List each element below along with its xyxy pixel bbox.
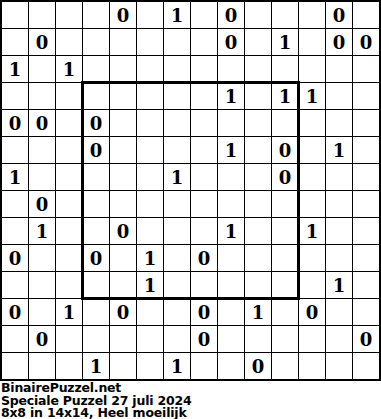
cell-r6c10: 0	[272, 164, 298, 190]
cell-r7c4[interactable]	[110, 191, 136, 217]
cell-r2c2: 1	[56, 56, 82, 82]
cell-r4c4[interactable]	[110, 110, 136, 136]
cell-r12c3[interactable]	[83, 326, 109, 352]
cell-r1c6[interactable]	[164, 29, 190, 55]
cell-r6c4[interactable]	[110, 164, 136, 190]
cell-r0c13[interactable]	[353, 2, 379, 28]
cell-r12c12[interactable]	[326, 326, 352, 352]
cell-r12c5[interactable]	[137, 326, 163, 352]
cell-r7c12[interactable]	[326, 191, 352, 217]
cell-r13c4[interactable]	[110, 353, 136, 379]
puzzle-info: 8x8 in 14x14, Heel moeilijk	[1, 407, 381, 419]
cell-r0c12: 0	[326, 2, 352, 28]
cell-r6c2[interactable]	[56, 164, 82, 190]
cell-r0c2[interactable]	[56, 2, 82, 28]
cell-r11c10[interactable]	[272, 299, 298, 325]
cell-r7c3[interactable]	[83, 191, 109, 217]
cell-r4c6[interactable]	[164, 110, 190, 136]
cell-r8c2[interactable]	[56, 218, 82, 244]
cell-r9c7: 0	[191, 245, 217, 271]
cell-r12c2[interactable]	[56, 326, 82, 352]
cell-r8c9[interactable]	[245, 218, 271, 244]
cell-r1c10: 1	[272, 29, 298, 55]
cell-r13c0[interactable]	[2, 353, 28, 379]
cell-r11c0: 0	[2, 299, 28, 325]
cell-r9c13[interactable]	[353, 245, 379, 271]
cell-r5c1[interactable]	[29, 137, 55, 163]
cell-r8c5[interactable]	[137, 218, 163, 244]
cell-r0c1[interactable]	[29, 2, 55, 28]
cell-r4c5[interactable]	[137, 110, 163, 136]
cell-r3c0[interactable]	[2, 83, 28, 109]
cell-r2c11[interactable]	[299, 56, 325, 82]
cell-r8c1: 1	[29, 218, 55, 244]
cell-r3c4[interactable]	[110, 83, 136, 109]
cell-r13c12[interactable]	[326, 353, 352, 379]
cell-r8c12[interactable]	[326, 218, 352, 244]
cell-r7c9[interactable]	[245, 191, 271, 217]
cell-r12c7: 0	[191, 326, 217, 352]
cell-r3c9[interactable]	[245, 83, 271, 109]
cell-r1c9[interactable]	[245, 29, 271, 55]
cell-r0c8: 0	[218, 2, 244, 28]
cell-r2c1[interactable]	[29, 56, 55, 82]
cell-r5c8: 1	[218, 137, 244, 163]
cell-r5c5[interactable]	[137, 137, 163, 163]
cell-r2c4[interactable]	[110, 56, 136, 82]
cell-r5c6[interactable]	[164, 137, 190, 163]
cell-r12c11[interactable]	[299, 326, 325, 352]
cell-r9c11[interactable]	[299, 245, 325, 271]
cell-r11c8[interactable]	[218, 299, 244, 325]
cell-r10c7[interactable]	[191, 272, 217, 298]
cell-r3c3[interactable]	[83, 83, 109, 109]
cell-r7c11[interactable]	[299, 191, 325, 217]
puzzle-page: 0100001001111100001011100101100101101001…	[0, 0, 381, 419]
cell-r10c4[interactable]	[110, 272, 136, 298]
cell-r9c6[interactable]	[164, 245, 190, 271]
cell-r1c0[interactable]	[2, 29, 28, 55]
cell-r8c6[interactable]	[164, 218, 190, 244]
cell-r3c13[interactable]	[353, 83, 379, 109]
cell-r12c9[interactable]	[245, 326, 271, 352]
cell-r6c11[interactable]	[299, 164, 325, 190]
cell-r10c8[interactable]	[218, 272, 244, 298]
cell-r0c10[interactable]	[272, 2, 298, 28]
cell-r8c7[interactable]	[191, 218, 217, 244]
cell-r13c2[interactable]	[56, 353, 82, 379]
cell-r8c0[interactable]	[2, 218, 28, 244]
cell-r6c13[interactable]	[353, 164, 379, 190]
cell-r11c11: 0	[299, 299, 325, 325]
cell-r1c7[interactable]	[191, 29, 217, 55]
cell-r13c13[interactable]	[353, 353, 379, 379]
cell-r6c8[interactable]	[218, 164, 244, 190]
cell-r0c5[interactable]	[137, 2, 163, 28]
cell-r6c1[interactable]	[29, 164, 55, 190]
cell-r5c11[interactable]	[299, 137, 325, 163]
cell-r4c2[interactable]	[56, 110, 82, 136]
cell-r7c13[interactable]	[353, 191, 379, 217]
cell-r5c3: 0	[83, 137, 109, 163]
cell-r3c6[interactable]	[164, 83, 190, 109]
cell-r13c5[interactable]	[137, 353, 163, 379]
cell-r4c12[interactable]	[326, 110, 352, 136]
cell-r5c10: 0	[272, 137, 298, 163]
cell-r2c8[interactable]	[218, 56, 244, 82]
cell-r5c7[interactable]	[191, 137, 217, 163]
cell-r9c12[interactable]	[326, 245, 352, 271]
cell-r8c8: 1	[218, 218, 244, 244]
cell-r10c5: 1	[137, 272, 163, 298]
cell-r12c0[interactable]	[2, 326, 28, 352]
cell-r2c0: 1	[2, 56, 28, 82]
cell-r4c3: 0	[83, 110, 109, 136]
cell-r10c6[interactable]	[164, 272, 190, 298]
cell-r13c8[interactable]	[218, 353, 244, 379]
cell-r1c8: 0	[218, 29, 244, 55]
cell-r10c3[interactable]	[83, 272, 109, 298]
cell-r13c6: 1	[164, 353, 190, 379]
cell-r2c7[interactable]	[191, 56, 217, 82]
cell-r0c4: 0	[110, 2, 136, 28]
cell-r3c10: 1	[272, 83, 298, 109]
cell-r2c5[interactable]	[137, 56, 163, 82]
cell-r7c0[interactable]	[2, 191, 28, 217]
cell-r0c0[interactable]	[2, 2, 28, 28]
cell-r9c2[interactable]	[56, 245, 82, 271]
cell-r3c2[interactable]	[56, 83, 82, 109]
cell-r5c9[interactable]	[245, 137, 271, 163]
cell-r12c10[interactable]	[272, 326, 298, 352]
cell-r10c0[interactable]	[2, 272, 28, 298]
cell-r13c7[interactable]	[191, 353, 217, 379]
cell-r1c2[interactable]	[56, 29, 82, 55]
cell-r10c10[interactable]	[272, 272, 298, 298]
cell-r1c4[interactable]	[110, 29, 136, 55]
cell-r8c10[interactable]	[272, 218, 298, 244]
cell-r11c12[interactable]	[326, 299, 352, 325]
cell-r6c5[interactable]	[137, 164, 163, 190]
cell-r0c3[interactable]	[83, 2, 109, 28]
cell-r12c4[interactable]	[110, 326, 136, 352]
cell-r9c9[interactable]	[245, 245, 271, 271]
cell-r2c13[interactable]	[353, 56, 379, 82]
cell-r4c7[interactable]	[191, 110, 217, 136]
cell-r5c12: 1	[326, 137, 352, 163]
cell-r10c9[interactable]	[245, 272, 271, 298]
cell-r5c0[interactable]	[2, 137, 28, 163]
cell-r1c11[interactable]	[299, 29, 325, 55]
cell-r6c3[interactable]	[83, 164, 109, 190]
cell-r12c8[interactable]	[218, 326, 244, 352]
cell-r7c10[interactable]	[272, 191, 298, 217]
cell-r8c11: 1	[299, 218, 325, 244]
cell-r11c2: 1	[56, 299, 82, 325]
cell-r12c1: 0	[29, 326, 55, 352]
cell-r3c1[interactable]	[29, 83, 55, 109]
cell-r4c10[interactable]	[272, 110, 298, 136]
cell-r2c3[interactable]	[83, 56, 109, 82]
cell-r3c12[interactable]	[326, 83, 352, 109]
cell-r4c11[interactable]	[299, 110, 325, 136]
cell-r6c9[interactable]	[245, 164, 271, 190]
cell-r1c1: 0	[29, 29, 55, 55]
cell-r10c11[interactable]	[299, 272, 325, 298]
cell-r4c0: 0	[2, 110, 28, 136]
cell-r0c6: 1	[164, 2, 190, 28]
cell-r3c11: 1	[299, 83, 325, 109]
cell-r13c3: 1	[83, 353, 109, 379]
cell-r2c10[interactable]	[272, 56, 298, 82]
cell-r9c1[interactable]	[29, 245, 55, 271]
cell-r13c1[interactable]	[29, 353, 55, 379]
cell-r9c5: 1	[137, 245, 163, 271]
cell-r7c1: 0	[29, 191, 55, 217]
cell-r5c13[interactable]	[353, 137, 379, 163]
cell-r13c10[interactable]	[272, 353, 298, 379]
cell-r5c2[interactable]	[56, 137, 82, 163]
cell-r8c13[interactable]	[353, 218, 379, 244]
cell-r3c7[interactable]	[191, 83, 217, 109]
cell-r10c2[interactable]	[56, 272, 82, 298]
cell-r11c6[interactable]	[164, 299, 190, 325]
cell-r5c4[interactable]	[110, 137, 136, 163]
cell-r7c7[interactable]	[191, 191, 217, 217]
cell-r7c6[interactable]	[164, 191, 190, 217]
cell-r3c5[interactable]	[137, 83, 163, 109]
cell-r2c12[interactable]	[326, 56, 352, 82]
cell-r1c13: 0	[353, 29, 379, 55]
cell-r4c9[interactable]	[245, 110, 271, 136]
cell-r2c9[interactable]	[245, 56, 271, 82]
cell-r11c9: 1	[245, 299, 271, 325]
cell-r10c1[interactable]	[29, 272, 55, 298]
cell-r0c9[interactable]	[245, 2, 271, 28]
cell-r6c0: 1	[2, 164, 28, 190]
cell-r7c2[interactable]	[56, 191, 82, 217]
cell-r11c4: 0	[110, 299, 136, 325]
cell-r6c6: 1	[164, 164, 190, 190]
cell-r11c1[interactable]	[29, 299, 55, 325]
cell-r12c13: 0	[353, 326, 379, 352]
cell-r11c3[interactable]	[83, 299, 109, 325]
cell-r13c9: 0	[245, 353, 271, 379]
cell-r4c13[interactable]	[353, 110, 379, 136]
cell-r13c11[interactable]	[299, 353, 325, 379]
cell-r8c4: 0	[110, 218, 136, 244]
cell-r8c3[interactable]	[83, 218, 109, 244]
cell-r9c3: 0	[83, 245, 109, 271]
cell-r12c6[interactable]	[164, 326, 190, 352]
cell-r2c6[interactable]	[164, 56, 190, 82]
cell-r1c5[interactable]	[137, 29, 163, 55]
cell-r11c7: 0	[191, 299, 217, 325]
cell-r9c0: 0	[2, 245, 28, 271]
cell-r9c10[interactable]	[272, 245, 298, 271]
cell-r4c1: 0	[29, 110, 55, 136]
cell-r7c5[interactable]	[137, 191, 163, 217]
binary-puzzle-board: 0100001001111100001011100101100101101001…	[0, 0, 381, 381]
cell-r11c13[interactable]	[353, 299, 379, 325]
cell-r9c8[interactable]	[218, 245, 244, 271]
cell-r1c3[interactable]	[83, 29, 109, 55]
cell-r7c8[interactable]	[218, 191, 244, 217]
cell-r10c13[interactable]	[353, 272, 379, 298]
cell-r1c12: 0	[326, 29, 352, 55]
cell-r9c4[interactable]	[110, 245, 136, 271]
cell-r6c7[interactable]	[191, 164, 217, 190]
cell-r0c11[interactable]	[299, 2, 325, 28]
cell-r3c8: 1	[218, 83, 244, 109]
cell-r11c5[interactable]	[137, 299, 163, 325]
cell-r4c8[interactable]	[218, 110, 244, 136]
footer: BinairePuzzel.net Speciale Puzzel 27 jul…	[0, 381, 381, 419]
cell-r6c12[interactable]	[326, 164, 352, 190]
cell-r0c7[interactable]	[191, 2, 217, 28]
cell-r10c12: 1	[326, 272, 352, 298]
